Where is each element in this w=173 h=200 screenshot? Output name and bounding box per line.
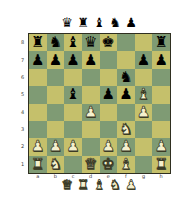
square-a7[interactable]: ♟ (29, 51, 47, 68)
square-e7[interactable] (100, 51, 118, 68)
square-g1[interactable] (135, 156, 153, 173)
square-d3[interactable] (82, 121, 100, 138)
square-h8[interactable]: ♜ (152, 34, 170, 51)
piece-white-rook[interactable]: ♜ (31, 157, 44, 172)
square-f6[interactable]: ♞ (117, 69, 135, 86)
rank-label-5: 5 (18, 86, 27, 103)
square-d4[interactable]: ♟ (82, 104, 100, 121)
spare-white-knight[interactable]: ♞ (107, 177, 123, 192)
square-h5[interactable] (152, 86, 170, 103)
rank-label-6: 6 (18, 69, 27, 86)
square-a5[interactable] (29, 86, 47, 103)
square-b6[interactable] (47, 69, 65, 86)
piece-white-rook[interactable]: ♜ (154, 157, 167, 172)
square-a4[interactable] (29, 104, 47, 121)
square-f7[interactable] (117, 51, 135, 68)
square-e4[interactable] (100, 104, 118, 121)
square-c2[interactable]: ♟ (64, 138, 82, 155)
square-c1[interactable] (64, 156, 82, 173)
square-d1[interactable]: ♛ (82, 156, 100, 173)
spare-white-rook[interactable]: ♜ (75, 177, 91, 192)
spare-white-bishop[interactable]: ♝ (91, 177, 107, 192)
square-e3[interactable] (100, 121, 118, 138)
square-h1[interactable]: ♜ (152, 156, 170, 173)
square-f2[interactable]: ♟ (117, 138, 135, 155)
square-b2[interactable]: ♟ (47, 138, 65, 155)
piece-white-pawn[interactable]: ♟ (102, 139, 115, 154)
square-g2[interactable] (135, 138, 153, 155)
square-g3[interactable] (135, 121, 153, 138)
piece-black-pawn[interactable]: ♟ (154, 53, 167, 68)
spare-white-queen[interactable]: ♛ (59, 177, 75, 192)
square-b8[interactable]: ♞ (47, 34, 65, 51)
square-d7[interactable]: ♟ (82, 51, 100, 68)
spare-black-knight[interactable]: ♞ (107, 15, 123, 30)
piece-white-pawn[interactable]: ♟ (31, 139, 44, 154)
piece-black-pawn[interactable]: ♟ (84, 53, 97, 68)
rank-labels: 87654321 (18, 34, 27, 173)
spare-white-pawn[interactable]: ♟ (123, 177, 139, 192)
square-a6[interactable] (29, 69, 47, 86)
piece-white-pawn[interactable]: ♟ (137, 105, 150, 120)
piece-black-knight[interactable]: ♞ (119, 70, 132, 85)
square-d2[interactable] (82, 138, 100, 155)
rank-label-2: 2 (18, 138, 27, 155)
square-g8[interactable] (135, 34, 153, 51)
square-e8[interactable]: ♚ (100, 34, 118, 51)
piece-white-knight[interactable]: ♞ (49, 157, 62, 172)
square-h3[interactable] (152, 121, 170, 138)
square-e6[interactable] (100, 69, 118, 86)
piece-black-pawn[interactable]: ♟ (66, 53, 79, 68)
piece-white-pawn[interactable]: ♟ (49, 139, 62, 154)
square-e5[interactable]: ♟ (100, 86, 118, 103)
spare-pieces-black-tray: ♛♜♝♞♟ (59, 15, 141, 30)
spare-black-pawn[interactable]: ♟ (123, 15, 139, 30)
piece-black-pawn[interactable]: ♟ (31, 53, 44, 68)
square-g7[interactable]: ♟ (135, 51, 153, 68)
rank-label-8: 8 (18, 34, 27, 51)
chess-board: ♜♞♝♛♚♜♟♟♟♟♟♟♞♝♟♟♝♟♟♞♟♟♟♟♟♟♜♞♛♚♝♜ (28, 33, 171, 174)
square-f5[interactable]: ♟ (117, 86, 135, 103)
chess-position-editor: ♛♜♝♞♟ 87654321 ♜♞♝♛♚♜♟♟♟♟♟♟♞♝♟♟♝♟♟♞♟♟♟♟♟… (0, 0, 173, 200)
square-f1[interactable]: ♝ (117, 156, 135, 173)
square-e2[interactable]: ♟ (100, 138, 118, 155)
piece-black-queen[interactable]: ♛ (84, 35, 97, 50)
square-d6[interactable] (82, 69, 100, 86)
square-c5[interactable]: ♝ (64, 86, 82, 103)
square-c4[interactable] (64, 104, 82, 121)
spare-black-rook[interactable]: ♜ (75, 15, 91, 30)
piece-black-bishop[interactable]: ♝ (66, 87, 79, 102)
file-label-a: a (29, 174, 47, 180)
square-d5[interactable] (82, 86, 100, 103)
square-f4[interactable] (117, 104, 135, 121)
square-a1[interactable]: ♜ (29, 156, 47, 173)
rank-label-7: 7 (18, 51, 27, 68)
square-h2[interactable]: ♟ (152, 138, 170, 155)
square-c3[interactable] (64, 121, 82, 138)
square-c6[interactable] (64, 69, 82, 86)
square-h7[interactable]: ♟ (152, 51, 170, 68)
square-b4[interactable] (47, 104, 65, 121)
piece-black-pawn[interactable]: ♟ (102, 87, 115, 102)
rank-label-1: 1 (18, 156, 27, 173)
square-g5[interactable]: ♝ (135, 86, 153, 103)
square-a3[interactable] (29, 121, 47, 138)
piece-white-pawn[interactable]: ♟ (84, 105, 97, 120)
piece-white-knight[interactable]: ♞ (119, 122, 132, 137)
square-c8[interactable]: ♝ (64, 34, 82, 51)
square-g4[interactable]: ♟ (135, 104, 153, 121)
piece-black-pawn[interactable]: ♟ (137, 53, 150, 68)
square-f8[interactable] (117, 34, 135, 51)
square-h4[interactable] (152, 104, 170, 121)
piece-white-bishop[interactable]: ♝ (119, 157, 132, 172)
spare-black-queen[interactable]: ♛ (59, 15, 75, 30)
square-d8[interactable]: ♛ (82, 34, 100, 51)
square-b1[interactable]: ♞ (47, 156, 65, 173)
piece-white-bishop[interactable]: ♝ (137, 87, 150, 102)
piece-white-pawn[interactable]: ♟ (119, 139, 132, 154)
square-h6[interactable] (152, 69, 170, 86)
spare-pieces-white-tray: ♛♜♝♞♟ (59, 177, 141, 192)
square-c7[interactable]: ♟ (64, 51, 82, 68)
square-a2[interactable]: ♟ (29, 138, 47, 155)
square-b3[interactable] (47, 121, 65, 138)
piece-black-rook[interactable]: ♜ (31, 35, 44, 50)
spare-black-bishop[interactable]: ♝ (91, 15, 107, 30)
square-f3[interactable]: ♞ (117, 121, 135, 138)
rank-label-4: 4 (18, 104, 27, 121)
piece-black-pawn[interactable]: ♟ (119, 87, 132, 102)
piece-white-queen[interactable]: ♛ (84, 157, 97, 172)
piece-black-pawn[interactable]: ♟ (49, 53, 62, 68)
square-b5[interactable] (47, 86, 65, 103)
file-label-h: h (152, 174, 170, 180)
piece-white-pawn[interactable]: ♟ (66, 139, 79, 154)
piece-black-knight[interactable]: ♞ (49, 35, 62, 50)
square-b7[interactable]: ♟ (47, 51, 65, 68)
square-a8[interactable]: ♜ (29, 34, 47, 51)
piece-black-king[interactable]: ♚ (102, 35, 115, 50)
square-g6[interactable] (135, 69, 153, 86)
square-e1[interactable]: ♚ (100, 156, 118, 173)
piece-white-pawn[interactable]: ♟ (154, 139, 167, 154)
piece-white-king[interactable]: ♚ (102, 157, 115, 172)
rank-label-3: 3 (18, 121, 27, 138)
piece-black-bishop[interactable]: ♝ (66, 35, 79, 50)
piece-black-rook[interactable]: ♜ (154, 35, 167, 50)
